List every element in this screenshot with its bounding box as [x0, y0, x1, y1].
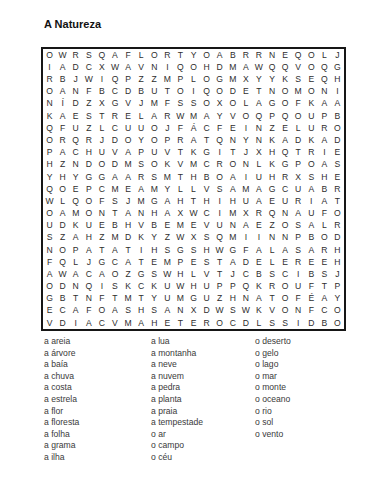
- word-item: a flor: [44, 406, 151, 418]
- grid-cell: X: [174, 207, 187, 219]
- grid-cell: F: [122, 49, 135, 61]
- grid-cell: U: [43, 219, 56, 231]
- grid-cell: N: [135, 207, 148, 219]
- grid-cell: S: [148, 171, 161, 183]
- grid-cell: O: [213, 317, 226, 329]
- grid-cell: A: [56, 61, 69, 73]
- grid-cell: G: [95, 171, 108, 183]
- grid-cell: A: [305, 219, 318, 231]
- grid-cell: Q: [279, 146, 292, 158]
- grid-cell: B: [305, 232, 318, 244]
- grid-cell: G: [95, 256, 108, 268]
- grid-cell: L: [56, 195, 69, 207]
- grid-cell: A: [318, 98, 331, 110]
- grid-cell: T: [69, 292, 82, 304]
- grid-cell: H: [318, 171, 331, 183]
- grid-cell: V: [161, 146, 174, 158]
- grid-cell: M: [148, 183, 161, 195]
- grid-cell: M: [226, 232, 239, 244]
- grid-cell: R: [239, 49, 252, 61]
- grid-cell: D: [292, 134, 305, 146]
- grid-cell: D: [239, 256, 252, 268]
- grid-cell: F: [305, 305, 318, 317]
- grid-cell: O: [148, 122, 161, 134]
- grid-cell: A: [82, 317, 95, 329]
- grid-cell: J: [95, 134, 108, 146]
- grid-cell: F: [318, 207, 331, 219]
- grid-cell: M: [148, 98, 161, 110]
- grid-cell: C: [318, 305, 331, 317]
- grid-cell: I: [331, 86, 344, 98]
- grid-cell: R: [252, 207, 265, 219]
- word-item: a grama: [44, 440, 151, 452]
- grid-cell: N: [265, 232, 278, 244]
- grid-cell: I: [135, 244, 148, 256]
- grid-cell: R: [318, 244, 331, 256]
- grid-cell: D: [331, 134, 344, 146]
- grid-cell: T: [213, 268, 226, 280]
- grid-cell: P: [226, 280, 239, 292]
- grid-cell: M: [69, 207, 82, 219]
- grid-cell: T: [95, 110, 108, 122]
- word-item: o campo: [151, 440, 255, 452]
- grid-cell: R: [279, 171, 292, 183]
- grid-cell: B: [331, 110, 344, 122]
- grid-cell: E: [69, 110, 82, 122]
- grid-cell: W: [187, 207, 200, 219]
- grid-cell: F: [161, 98, 174, 110]
- grid-cell: O: [331, 317, 344, 329]
- grid-cell: X: [213, 98, 226, 110]
- grid-cell: Z: [161, 232, 174, 244]
- grid-cell: Q: [252, 110, 265, 122]
- grid-cell: N: [69, 159, 82, 171]
- grid-cell: D: [305, 317, 318, 329]
- grid-cell: O: [213, 171, 226, 183]
- grid-cell: A: [239, 61, 252, 73]
- word-item: o sol: [255, 417, 340, 429]
- word-item: o deserto: [255, 336, 340, 348]
- grid-cell: V: [200, 219, 213, 231]
- grid-cell: E: [148, 256, 161, 268]
- grid-cell: J: [82, 256, 95, 268]
- grid-cell: J: [122, 195, 135, 207]
- grid-cell: N: [226, 134, 239, 146]
- grid-cell: A: [56, 86, 69, 98]
- grid-cell: D: [82, 159, 95, 171]
- grid-cell: E: [161, 219, 174, 231]
- grid-cell: L: [239, 98, 252, 110]
- grid-cell: W: [213, 305, 226, 317]
- grid-cell: A: [135, 317, 148, 329]
- word-item: a costa: [44, 382, 151, 394]
- word-item: a baía: [44, 359, 151, 371]
- grid-cell: O: [200, 73, 213, 85]
- grid-cell: G: [279, 159, 292, 171]
- grid-cell: V: [174, 159, 187, 171]
- grid-cell: D: [122, 232, 135, 244]
- grid-cell: I: [239, 232, 252, 244]
- grid-cell: Y: [69, 171, 82, 183]
- grid-cell: U: [292, 183, 305, 195]
- grid-cell: A: [122, 207, 135, 219]
- grid-cell: P: [174, 73, 187, 85]
- grid-cell: N: [239, 292, 252, 304]
- grid-cell: F: [95, 292, 108, 304]
- grid-cell: K: [161, 159, 174, 171]
- grid-cell: N: [265, 49, 278, 61]
- grid-cell: B: [318, 183, 331, 195]
- grid-cell: P: [292, 232, 305, 244]
- grid-cell: A: [279, 134, 292, 146]
- grid-cell: D: [122, 86, 135, 98]
- grid-cell: O: [148, 159, 161, 171]
- grid-cell: E: [69, 183, 82, 195]
- grid-cell: O: [305, 159, 318, 171]
- grid-cell: A: [200, 110, 213, 122]
- grid-cell: V: [200, 268, 213, 280]
- grid-cell: Y: [187, 49, 200, 61]
- grid-cell: S: [213, 183, 226, 195]
- grid-cell: J: [331, 49, 344, 61]
- grid-cell: U: [95, 146, 108, 158]
- grid-cell: H: [82, 232, 95, 244]
- grid-cell: D: [239, 317, 252, 329]
- grid-cell: R: [161, 110, 174, 122]
- grid-cell: A: [56, 146, 69, 158]
- grid-cell: B: [200, 171, 213, 183]
- grid-cell: A: [279, 244, 292, 256]
- grid-cell: L: [265, 244, 278, 256]
- grid-cell: F: [292, 98, 305, 110]
- grid-cell: S: [187, 244, 200, 256]
- grid-cell: H: [148, 317, 161, 329]
- grid-cell: O: [292, 110, 305, 122]
- grid-cell: E: [122, 110, 135, 122]
- grid-cell: Q: [200, 86, 213, 98]
- grid-cell: S: [161, 244, 174, 256]
- grid-cell: X: [239, 207, 252, 219]
- grid-cell: S: [187, 98, 200, 110]
- grid-cell: N: [292, 305, 305, 317]
- grid-cell: C: [56, 305, 69, 317]
- grid-cell: I: [213, 195, 226, 207]
- grid-cell: W: [174, 280, 187, 292]
- grid-cell: R: [331, 183, 344, 195]
- grid-cell: K: [43, 110, 56, 122]
- grid-cell: T: [161, 86, 174, 98]
- grid-cell: L: [265, 256, 278, 268]
- grid-cell: L: [252, 317, 265, 329]
- grid-cell: Z: [95, 232, 108, 244]
- grid-cell: U: [161, 292, 174, 304]
- grid-cell: W: [108, 61, 121, 73]
- grid-cell: I: [239, 122, 252, 134]
- grid-cell: M: [122, 317, 135, 329]
- grid-cell: S: [292, 244, 305, 256]
- grid-cell: Q: [43, 183, 56, 195]
- grid-cell: O: [305, 49, 318, 61]
- grid-cell: B: [135, 86, 148, 98]
- grid-cell: H: [331, 256, 344, 268]
- grid-cell: A: [161, 305, 174, 317]
- grid-cell: L: [95, 122, 108, 134]
- grid-cell: S: [108, 195, 121, 207]
- grid-cell: V: [135, 219, 148, 231]
- grid-cell: G: [187, 292, 200, 304]
- grid-cell: G: [200, 146, 213, 158]
- grid-cell: F: [43, 256, 56, 268]
- grid-cell: O: [226, 98, 239, 110]
- grid-cell: I: [95, 73, 108, 85]
- grid-cell: H: [122, 219, 135, 231]
- grid-cell: D: [108, 134, 121, 146]
- grid-cell: O: [148, 134, 161, 146]
- grid-cell: D: [69, 61, 82, 73]
- grid-cell: H: [187, 280, 200, 292]
- grid-cell: W: [43, 195, 56, 207]
- grid-cell: U: [279, 195, 292, 207]
- grid-cell: S: [82, 49, 95, 61]
- grid-cell: Q: [69, 134, 82, 146]
- word-item: a pedra: [151, 382, 255, 394]
- grid-cell: X: [252, 146, 265, 158]
- grid-cell: A: [318, 292, 331, 304]
- grid-cell: F: [82, 86, 95, 98]
- grid-cell: M: [226, 61, 239, 73]
- grid-cell: O: [305, 61, 318, 73]
- grid-cell: N: [174, 305, 187, 317]
- grid-cell: N: [252, 122, 265, 134]
- grid-cell: E: [265, 195, 278, 207]
- grid-cell: X: [292, 171, 305, 183]
- grid-cell: A: [331, 98, 344, 110]
- grid-cell: I: [187, 86, 200, 98]
- grid-cell: I: [292, 317, 305, 329]
- grid-cell: P: [122, 73, 135, 85]
- grid-cell: N: [279, 207, 292, 219]
- grid-cell: N: [318, 86, 331, 98]
- grid-cell: X: [187, 232, 200, 244]
- grid-cell: Q: [318, 61, 331, 73]
- grid-cell: V: [108, 317, 121, 329]
- grid-cell: O: [213, 86, 226, 98]
- grid-cell: R: [161, 49, 174, 61]
- grid-cell: E: [43, 305, 56, 317]
- grid-cell: O: [331, 122, 344, 134]
- grid-cell: D: [213, 61, 226, 73]
- grid-cell: O: [43, 86, 56, 98]
- grid-cell: E: [95, 219, 108, 231]
- grid-cell: M: [161, 256, 174, 268]
- grid-cell: P: [331, 280, 344, 292]
- grid-cell: O: [56, 183, 69, 195]
- grid-cell: R: [108, 110, 121, 122]
- grid-cell: F: [95, 195, 108, 207]
- grid-cell: T: [108, 292, 121, 304]
- grid-cell: V: [200, 183, 213, 195]
- word-item: a árvore: [44, 348, 151, 360]
- grid-cell: A: [252, 195, 265, 207]
- grid-cell: G: [108, 98, 121, 110]
- grid-cell: H: [56, 171, 69, 183]
- grid-cell: D: [331, 232, 344, 244]
- grid-cell: Y: [43, 171, 56, 183]
- word-item: o ar: [151, 429, 255, 441]
- grid-cell: G: [265, 183, 278, 195]
- grid-cell: H: [135, 305, 148, 317]
- grid-cell: H: [148, 244, 161, 256]
- grid-cell: Y: [135, 134, 148, 146]
- grid-cell: F: [239, 244, 252, 256]
- grid-cell: F: [305, 280, 318, 292]
- grid-cell: A: [108, 244, 121, 256]
- grid-cell: N: [252, 134, 265, 146]
- grid-cell: L: [174, 183, 187, 195]
- grid-cell: O: [43, 280, 56, 292]
- grid-cell: A: [82, 244, 95, 256]
- word-item: a chuva: [44, 371, 151, 383]
- grid-cell: P: [82, 183, 95, 195]
- grid-cell: I: [318, 146, 331, 158]
- grid-cell: S: [174, 98, 187, 110]
- grid-cell: A: [108, 171, 121, 183]
- grid-cell: Í: [56, 98, 69, 110]
- grid-cell: U: [239, 195, 252, 207]
- grid-cell: U: [305, 207, 318, 219]
- grid-cell: A: [318, 195, 331, 207]
- grid-cell: K: [265, 159, 278, 171]
- grid-cell: Y: [148, 292, 161, 304]
- grid-cell: S: [200, 256, 213, 268]
- grid-cell: H: [331, 73, 344, 85]
- grid-cell: Q: [69, 195, 82, 207]
- word-item: a areia: [44, 336, 151, 348]
- grid-cell: H: [82, 146, 95, 158]
- grid-cell: L: [135, 110, 148, 122]
- grid-cell: H: [226, 195, 239, 207]
- grid-cell: Q: [82, 280, 95, 292]
- grid-cell: E: [187, 317, 200, 329]
- grid-cell: I: [292, 268, 305, 280]
- grid-cell: S: [108, 280, 121, 292]
- grid-cell: M: [122, 159, 135, 171]
- grid-cell: K: [305, 98, 318, 110]
- grid-cell: M: [161, 73, 174, 85]
- grid-cell: Q: [174, 61, 187, 73]
- grid-cell: S: [279, 317, 292, 329]
- grid-cell: T: [331, 195, 344, 207]
- word-item: o lago: [255, 359, 340, 371]
- grid-cell: K: [148, 280, 161, 292]
- grid-cell: N: [279, 232, 292, 244]
- grid-cell: V: [226, 110, 239, 122]
- grid-cell: T: [95, 244, 108, 256]
- word-item: o monte: [255, 382, 340, 394]
- grid-cell: R: [200, 317, 213, 329]
- grid-cell: E: [279, 49, 292, 61]
- grid-cell: K: [135, 232, 148, 244]
- grid-cell: R: [174, 134, 187, 146]
- grid-cell: L: [318, 49, 331, 61]
- grid-cell: C: [200, 159, 213, 171]
- grid-cell: Y: [148, 232, 161, 244]
- grid-cell: U: [148, 86, 161, 98]
- grid-cell: G: [43, 292, 56, 304]
- grid-cell: G: [135, 268, 148, 280]
- grid-cell: S: [292, 73, 305, 85]
- grid-cell: E: [305, 256, 318, 268]
- grid-cell: X: [239, 73, 252, 85]
- grid-cell: Q: [108, 73, 121, 85]
- grid-cell: V: [108, 146, 121, 158]
- grid-cell: A: [122, 146, 135, 158]
- grid-cell: Y: [213, 110, 226, 122]
- grid-cell: X: [187, 305, 200, 317]
- grid-cell: E: [279, 256, 292, 268]
- grid-cell: O: [279, 292, 292, 304]
- grid-cell: O: [279, 98, 292, 110]
- grid-cell: P: [318, 110, 331, 122]
- grid-cell: C: [95, 317, 108, 329]
- grid-cell: R: [305, 146, 318, 158]
- word-item: a neve: [151, 359, 255, 371]
- grid-cell: J: [226, 268, 239, 280]
- grid-cell: A: [122, 256, 135, 268]
- word-item: o céu: [151, 452, 255, 464]
- word-search-grid: OWRSQAFLORTYOABRRNEQOLJIADCXWAVNIQOHDMAW…: [41, 47, 346, 331]
- grid-cell: H: [200, 195, 213, 207]
- grid-cell: C: [69, 146, 82, 158]
- grid-cell: N: [148, 61, 161, 73]
- grid-cell: F: [56, 122, 69, 134]
- grid-cell: Q: [239, 280, 252, 292]
- grid-cell: H: [265, 146, 278, 158]
- grid-cell: N: [43, 98, 56, 110]
- grid-cell: G: [226, 244, 239, 256]
- grid-cell: E: [279, 122, 292, 134]
- grid-cell: T: [200, 134, 213, 146]
- grid-cell: U: [292, 280, 305, 292]
- grid-cell: Y: [252, 73, 265, 85]
- grid-cell: A: [69, 232, 82, 244]
- grid-cell: N: [43, 244, 56, 256]
- grid-cell: M: [226, 73, 239, 85]
- grid-cell: H: [331, 244, 344, 256]
- grid-cell: T: [226, 146, 239, 158]
- grid-cell: A: [135, 183, 148, 195]
- word-item: a tempestade: [151, 417, 255, 429]
- grid-cell: E: [252, 256, 265, 268]
- grid-cell: O: [279, 280, 292, 292]
- word-list-column-3: o desertoo geloo lagoo maro monteo ocean…: [255, 336, 340, 464]
- grid-cell: V: [122, 98, 135, 110]
- grid-cell: C: [279, 183, 292, 195]
- grid-cell: V: [135, 61, 148, 73]
- grid-cell: R: [56, 134, 69, 146]
- grid-cell: O: [95, 305, 108, 317]
- grid-cell: Q: [213, 232, 226, 244]
- grid-cell: B: [226, 49, 239, 61]
- grid-cell: O: [318, 232, 331, 244]
- grid-cell: R: [292, 256, 305, 268]
- grid-cell: N: [226, 219, 239, 231]
- grid-cell: A: [252, 98, 265, 110]
- grid-cell: O: [43, 134, 56, 146]
- grid-cell: H: [200, 244, 213, 256]
- grid-cell: D: [69, 98, 82, 110]
- grid-cell: K: [122, 280, 135, 292]
